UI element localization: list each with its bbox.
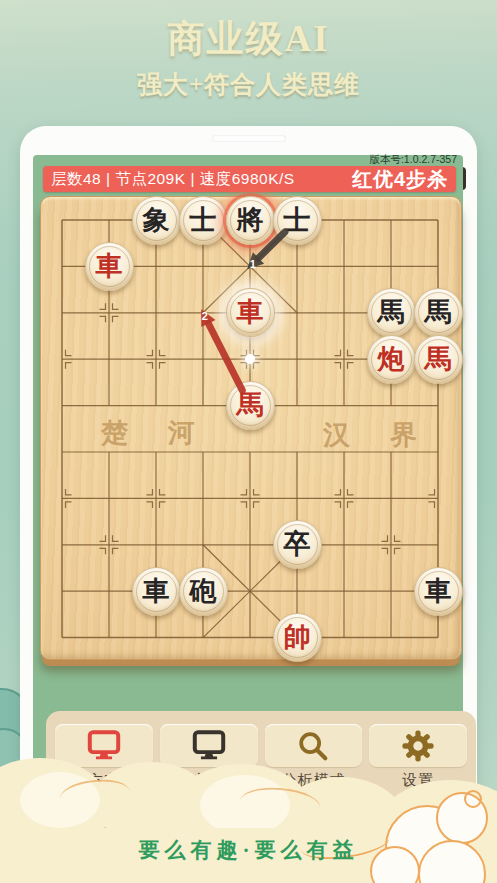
engine-stats: 层数48 | 节点209K | 速度6980K/S (51, 169, 295, 190)
app-title: 商业级AI (0, 14, 497, 64)
svg-text:2: 2 (202, 310, 208, 322)
xiangqi-app: 商业级AI 强大+符合人类思维 版本号:1.0.2.7-357 层数48 | 节… (0, 0, 497, 883)
game-card: 版本号:1.0.2.7-357 层数48 | 节点209K | 速度6980K/… (20, 126, 477, 868)
xiangqi-board[interactable]: 楚河 汉界 象士將士車車馬馬炮馬馬卒車砲車帥 12 (40, 196, 462, 660)
card-handle (212, 135, 286, 142)
gear-icon (401, 729, 435, 763)
magnifier-icon (296, 729, 330, 763)
engine-status-bar: 层数48 | 节点209K | 速度6980K/S 红优4步杀 (43, 166, 456, 192)
monitor-icon (86, 729, 122, 762)
app-subtitle: 强大+符合人类思维 (0, 68, 497, 101)
footer-slogan: 要么有趣·要么有益 (0, 836, 497, 864)
drag-handle[interactable] (450, 167, 466, 190)
game-panel: 版本号:1.0.2.7-357 层数48 | 节点209K | 速度6980K/… (33, 155, 463, 822)
move-arrows: 12 (41, 197, 461, 659)
svg-text:1: 1 (250, 258, 256, 270)
engine-evaluation: 红优4步杀 (352, 166, 448, 193)
swirl-cloud-decoration (464, 790, 482, 808)
monitor-icon (191, 729, 227, 762)
